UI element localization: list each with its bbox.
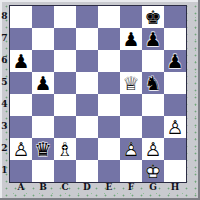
- black-queen-glyph: ♛: [32, 138, 54, 160]
- square-a1[interactable]: [10, 160, 32, 182]
- square-a2[interactable]: ♟♙: [10, 138, 32, 160]
- rank-label-4: 4: [0, 93, 9, 115]
- black-pawn-glyph: ♟: [32, 72, 54, 94]
- square-f2[interactable]: ♟♙: [120, 138, 142, 160]
- square-g7[interactable]: ♟: [142, 28, 164, 50]
- square-f1[interactable]: [120, 160, 142, 182]
- rank-label-5: 5: [0, 71, 9, 93]
- square-a3[interactable]: [10, 116, 32, 138]
- piece-black-pawn[interactable]: ♟: [32, 72, 54, 94]
- square-e2[interactable]: [98, 138, 120, 160]
- file-label-f: F: [120, 181, 142, 194]
- rank-label-2: 2: [0, 137, 9, 159]
- file-label-c: C: [54, 181, 76, 194]
- rank-label-8: 8: [0, 5, 9, 27]
- square-b8[interactable]: [32, 6, 54, 28]
- piece-black-king[interactable]: ♚: [142, 6, 164, 28]
- square-b1[interactable]: [32, 160, 54, 182]
- black-king-glyph: ♚: [142, 6, 164, 28]
- white-pawn-outline: ♙: [120, 138, 142, 160]
- square-g8[interactable]: ♚: [142, 6, 164, 28]
- chess-board: ♚♟♟♟♟♟♛♕♞♟♙♟♙♛♝♗♟♙♟♙♚♔: [9, 5, 187, 183]
- file-label-a: A: [10, 181, 32, 194]
- black-pawn-glyph: ♟: [164, 50, 186, 72]
- rank-label-7: 7: [0, 27, 9, 49]
- square-h4[interactable]: [164, 94, 186, 116]
- white-queen-fill: ♛: [120, 72, 142, 94]
- square-g4[interactable]: [142, 94, 164, 116]
- square-d3[interactable]: [76, 116, 98, 138]
- square-a6[interactable]: ♟: [10, 50, 32, 72]
- square-e3[interactable]: [98, 116, 120, 138]
- white-pawn-fill: ♟: [142, 138, 164, 160]
- piece-white-king[interactable]: ♚♔: [142, 160, 164, 182]
- square-c1[interactable]: [54, 160, 76, 182]
- file-label-h: H: [164, 181, 186, 194]
- square-f8[interactable]: [120, 6, 142, 28]
- white-pawn-fill: ♟: [164, 116, 186, 138]
- square-h7[interactable]: [164, 28, 186, 50]
- square-g5[interactable]: ♞: [142, 72, 164, 94]
- rank-label-3: 3: [0, 115, 9, 137]
- piece-black-queen[interactable]: ♛: [32, 138, 54, 160]
- square-b4[interactable]: [32, 94, 54, 116]
- square-d4[interactable]: [76, 94, 98, 116]
- square-d5[interactable]: [76, 72, 98, 94]
- square-h3[interactable]: ♟♙: [164, 116, 186, 138]
- square-e4[interactable]: [98, 94, 120, 116]
- piece-white-queen[interactable]: ♛♕: [120, 72, 142, 94]
- file-label-d: D: [76, 181, 98, 194]
- rank-label-6: 6: [0, 49, 9, 71]
- square-c8[interactable]: [54, 6, 76, 28]
- black-pawn-glyph: ♟: [120, 28, 142, 50]
- white-pawn-outline: ♙: [164, 116, 186, 138]
- white-bishop-outline: ♗: [54, 138, 76, 160]
- square-d2[interactable]: [76, 138, 98, 160]
- file-label-b: B: [32, 181, 54, 194]
- piece-white-pawn[interactable]: ♟♙: [142, 138, 164, 160]
- white-pawn-outline: ♙: [10, 138, 32, 160]
- piece-white-pawn[interactable]: ♟♙: [10, 138, 32, 160]
- square-g6[interactable]: [142, 50, 164, 72]
- piece-black-pawn[interactable]: ♟: [120, 28, 142, 50]
- square-d6[interactable]: [76, 50, 98, 72]
- square-h6[interactable]: ♟: [164, 50, 186, 72]
- square-f5[interactable]: ♛♕: [120, 72, 142, 94]
- piece-white-pawn[interactable]: ♟♙: [120, 138, 142, 160]
- square-c6[interactable]: [54, 50, 76, 72]
- square-b2[interactable]: ♛: [32, 138, 54, 160]
- square-c3[interactable]: [54, 116, 76, 138]
- square-b6[interactable]: [32, 50, 54, 72]
- square-c2[interactable]: ♝♗: [54, 138, 76, 160]
- black-pawn-glyph: ♟: [10, 50, 32, 72]
- square-e5[interactable]: [98, 72, 120, 94]
- piece-white-pawn[interactable]: ♟♙: [164, 116, 186, 138]
- piece-black-pawn[interactable]: ♟: [164, 50, 186, 72]
- square-a4[interactable]: [10, 94, 32, 116]
- square-d8[interactable]: [76, 6, 98, 28]
- square-f4[interactable]: [120, 94, 142, 116]
- square-g3[interactable]: [142, 116, 164, 138]
- white-queen-outline: ♕: [120, 72, 142, 94]
- white-king-outline: ♔: [142, 160, 164, 182]
- square-e7[interactable]: [98, 28, 120, 50]
- file-labels: ABCDEFGH: [10, 181, 186, 194]
- square-b3[interactable]: [32, 116, 54, 138]
- rank-label-1: 1: [0, 159, 9, 181]
- square-a5[interactable]: [10, 72, 32, 94]
- square-f6[interactable]: [120, 50, 142, 72]
- square-f3[interactable]: [120, 116, 142, 138]
- square-e6[interactable]: [98, 50, 120, 72]
- piece-black-knight[interactable]: ♞: [142, 72, 164, 94]
- piece-white-bishop[interactable]: ♝♗: [54, 138, 76, 160]
- white-pawn-outline: ♙: [142, 138, 164, 160]
- square-d1[interactable]: [76, 160, 98, 182]
- square-b7[interactable]: [32, 28, 54, 50]
- square-c7[interactable]: [54, 28, 76, 50]
- white-bishop-fill: ♝: [54, 138, 76, 160]
- white-pawn-fill: ♟: [10, 138, 32, 160]
- square-g2[interactable]: ♟♙: [142, 138, 164, 160]
- square-e1[interactable]: [98, 160, 120, 182]
- chess-diagram: 87654321 ♚♟♟♟♟♟♛♕♞♟♙♟♙♛♝♗♟♙♟♙♚♔ ABCDEFGH: [0, 0, 200, 200]
- square-c4[interactable]: [54, 94, 76, 116]
- piece-black-pawn[interactable]: ♟: [142, 28, 164, 50]
- rank-labels: 87654321: [0, 5, 9, 181]
- square-h1[interactable]: [164, 160, 186, 182]
- square-c5[interactable]: [54, 72, 76, 94]
- piece-black-pawn[interactable]: ♟: [10, 50, 32, 72]
- black-pawn-glyph: ♟: [142, 28, 164, 50]
- square-d7[interactable]: [76, 28, 98, 50]
- square-a8[interactable]: [10, 6, 32, 28]
- white-king-fill: ♚: [142, 160, 164, 182]
- square-h8[interactable]: [164, 6, 186, 28]
- square-h2[interactable]: [164, 138, 186, 160]
- square-a7[interactable]: [10, 28, 32, 50]
- file-label-e: E: [98, 181, 120, 194]
- file-label-g: G: [142, 181, 164, 194]
- white-pawn-fill: ♟: [120, 138, 142, 160]
- square-f7[interactable]: ♟: [120, 28, 142, 50]
- square-e8[interactable]: [98, 6, 120, 28]
- square-b5[interactable]: ♟: [32, 72, 54, 94]
- square-g1[interactable]: ♚♔: [142, 160, 164, 182]
- black-knight-glyph: ♞: [142, 72, 164, 94]
- square-h5[interactable]: [164, 72, 186, 94]
